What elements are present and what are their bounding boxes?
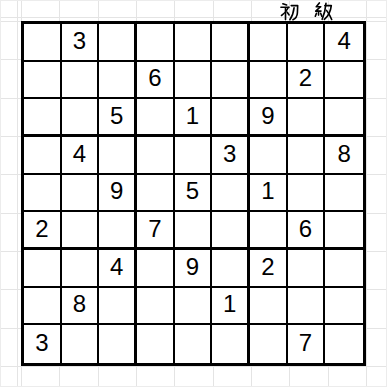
cell-r6c5[interactable] bbox=[175, 212, 213, 250]
cell-r2c9[interactable] bbox=[325, 62, 363, 100]
cell-r7c7[interactable]: 2 bbox=[250, 250, 288, 288]
cell-r3c2[interactable] bbox=[62, 99, 100, 137]
cell-r3c6[interactable] bbox=[212, 99, 250, 137]
cell-r9c4[interactable] bbox=[137, 325, 175, 363]
cell-r8c5[interactable] bbox=[175, 288, 213, 326]
cell-r7c1[interactable] bbox=[24, 250, 62, 288]
cell-r3c8[interactable] bbox=[288, 99, 326, 137]
cell-r7c5[interactable]: 9 bbox=[175, 250, 213, 288]
cell-r8c3[interactable] bbox=[99, 288, 137, 326]
cell-r7c2[interactable] bbox=[62, 250, 100, 288]
cell-r2c2[interactable] bbox=[62, 62, 100, 100]
cell-r3c4[interactable] bbox=[137, 99, 175, 137]
cell-r1c8[interactable] bbox=[288, 24, 326, 62]
cell-r8c1[interactable] bbox=[24, 288, 62, 326]
cell-r1c5[interactable] bbox=[175, 24, 213, 62]
cell-r9c9[interactable] bbox=[325, 325, 363, 363]
cell-r3c3[interactable]: 5 bbox=[99, 99, 137, 137]
cell-r2c5[interactable] bbox=[175, 62, 213, 100]
cell-r1c7[interactable] bbox=[250, 24, 288, 62]
cell-r2c8[interactable]: 2 bbox=[288, 62, 326, 100]
given-digit: 2 bbox=[35, 217, 48, 241]
cell-r5c1[interactable] bbox=[24, 175, 62, 213]
cell-r9c8[interactable]: 7 bbox=[288, 325, 326, 363]
cell-r3c1[interactable] bbox=[24, 99, 62, 137]
given-digit: 1 bbox=[223, 292, 236, 316]
cell-r8c4[interactable] bbox=[137, 288, 175, 326]
cell-r5c9[interactable] bbox=[325, 175, 363, 213]
given-digit: 4 bbox=[337, 29, 350, 53]
cell-r5c5[interactable]: 5 bbox=[175, 175, 213, 213]
kanji-sho-icon bbox=[280, 2, 299, 21]
cell-r2c3[interactable] bbox=[99, 62, 137, 100]
cell-r2c4[interactable]: 6 bbox=[137, 62, 175, 100]
cell-r7c4[interactable] bbox=[137, 250, 175, 288]
given-digit: 7 bbox=[148, 217, 161, 241]
given-digit: 3 bbox=[223, 142, 236, 166]
cell-r4c4[interactable] bbox=[137, 137, 175, 175]
cell-r6c4[interactable]: 7 bbox=[137, 212, 175, 250]
cell-r4c8[interactable] bbox=[288, 137, 326, 175]
cell-r4c5[interactable] bbox=[175, 137, 213, 175]
cell-r6c3[interactable] bbox=[99, 212, 137, 250]
given-digit: 2 bbox=[261, 255, 274, 279]
cell-r1c3[interactable] bbox=[99, 24, 137, 62]
cell-r5c4[interactable] bbox=[137, 175, 175, 213]
given-digit: 1 bbox=[186, 104, 199, 128]
cell-r5c2[interactable] bbox=[62, 175, 100, 213]
cell-r6c7[interactable] bbox=[250, 212, 288, 250]
cell-r8c7[interactable] bbox=[250, 288, 288, 326]
given-digit: 1 bbox=[261, 179, 274, 203]
cell-r3c9[interactable] bbox=[325, 99, 363, 137]
cell-r8c2[interactable]: 8 bbox=[62, 288, 100, 326]
cell-r9c6[interactable] bbox=[212, 325, 250, 363]
given-digit: 3 bbox=[73, 29, 86, 53]
cell-r5c7[interactable]: 1 bbox=[250, 175, 288, 213]
cell-r5c3[interactable]: 9 bbox=[99, 175, 137, 213]
cell-r7c9[interactable] bbox=[325, 250, 363, 288]
cell-r4c7[interactable] bbox=[250, 137, 288, 175]
given-digit: 5 bbox=[110, 104, 123, 128]
cell-r2c1[interactable] bbox=[24, 62, 62, 100]
given-digit: 9 bbox=[110, 179, 123, 203]
given-digit: 4 bbox=[73, 142, 86, 166]
cell-r1c6[interactable] bbox=[212, 24, 250, 62]
cell-r2c7[interactable] bbox=[250, 62, 288, 100]
cell-r3c7[interactable]: 9 bbox=[250, 99, 288, 137]
cell-r7c3[interactable]: 4 bbox=[99, 250, 137, 288]
cell-r8c8[interactable] bbox=[288, 288, 326, 326]
cell-r4c6[interactable]: 3 bbox=[212, 137, 250, 175]
cell-r7c8[interactable] bbox=[288, 250, 326, 288]
cell-r1c9[interactable]: 4 bbox=[325, 24, 363, 62]
cell-r4c9[interactable]: 8 bbox=[325, 137, 363, 175]
given-digit: 3 bbox=[35, 331, 48, 355]
cell-r1c2[interactable]: 3 bbox=[62, 24, 100, 62]
cell-r5c8[interactable] bbox=[288, 175, 326, 213]
cell-r9c2[interactable] bbox=[62, 325, 100, 363]
given-digit: 5 bbox=[186, 179, 199, 203]
cell-r4c2[interactable]: 4 bbox=[62, 137, 100, 175]
cell-r1c1[interactable] bbox=[24, 24, 62, 62]
cell-r1c4[interactable] bbox=[137, 24, 175, 62]
given-digit: 6 bbox=[299, 217, 312, 241]
given-digit: 9 bbox=[261, 104, 274, 128]
cell-r6c6[interactable] bbox=[212, 212, 250, 250]
cell-r3c5[interactable]: 1 bbox=[175, 99, 213, 137]
cell-r9c1[interactable]: 3 bbox=[24, 325, 62, 363]
given-digit: 2 bbox=[299, 66, 312, 90]
difficulty-label: 初 級 bbox=[280, 1, 333, 21]
kanji-kyu-icon bbox=[314, 2, 333, 21]
cell-r2c6[interactable] bbox=[212, 62, 250, 100]
cell-r6c8[interactable]: 6 bbox=[288, 212, 326, 250]
cell-r6c2[interactable] bbox=[62, 212, 100, 250]
spreadsheet-canvas: 初 級 34625194389512764928137 bbox=[0, 0, 387, 387]
cell-r4c1[interactable] bbox=[24, 137, 62, 175]
cell-r8c9[interactable] bbox=[325, 288, 363, 326]
cell-r8c6[interactable]: 1 bbox=[212, 288, 250, 326]
cell-r7c6[interactable] bbox=[212, 250, 250, 288]
cell-r6c9[interactable] bbox=[325, 212, 363, 250]
given-digit: 4 bbox=[110, 255, 123, 279]
given-digit: 9 bbox=[186, 255, 199, 279]
given-digit: 8 bbox=[73, 292, 86, 316]
given-digit: 6 bbox=[148, 66, 161, 90]
cell-r4c3[interactable] bbox=[99, 137, 137, 175]
cell-r5c6[interactable] bbox=[212, 175, 250, 213]
given-digit: 8 bbox=[337, 142, 350, 166]
given-digit: 7 bbox=[299, 331, 312, 355]
cell-r6c1[interactable]: 2 bbox=[24, 212, 62, 250]
cell-r9c3[interactable] bbox=[99, 325, 137, 363]
cell-r9c7[interactable] bbox=[250, 325, 288, 363]
cell-r9c5[interactable] bbox=[175, 325, 213, 363]
sudoku-board: 34625194389512764928137 bbox=[21, 21, 366, 366]
